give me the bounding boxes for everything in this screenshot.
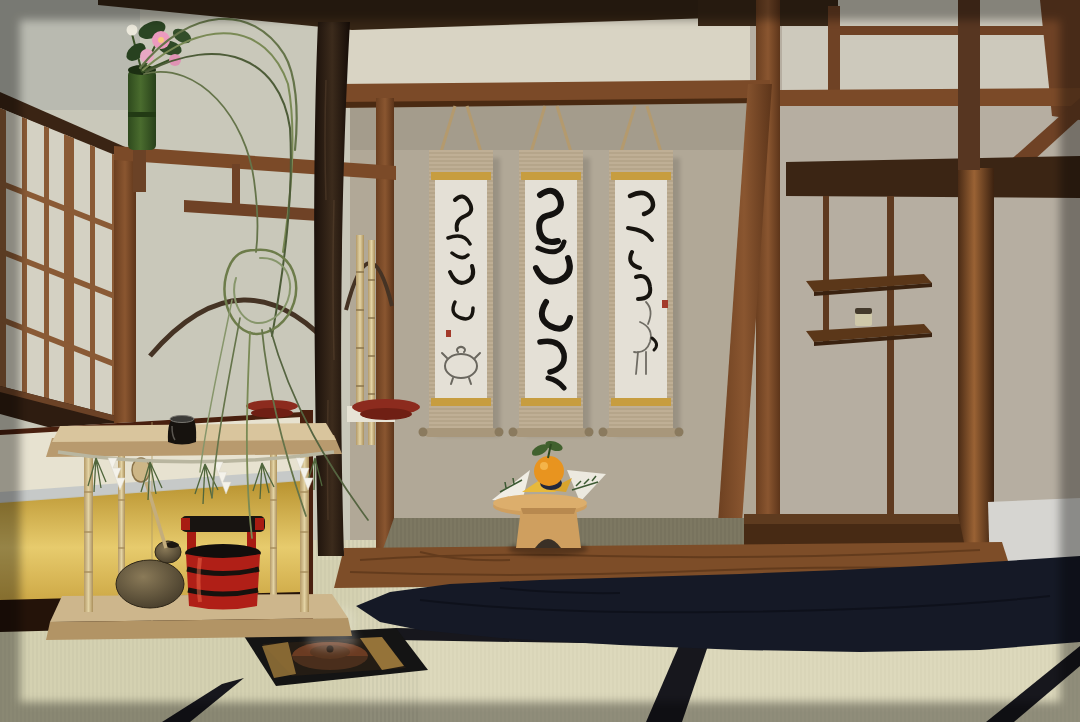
brocade-bottom — [611, 398, 671, 406]
red-seal — [446, 330, 451, 337]
tea-caddy-lid — [855, 308, 872, 314]
inner-prop — [232, 164, 240, 214]
table-leg-rear-right — [270, 446, 277, 598]
display-table — [46, 416, 352, 641]
daidai-orange — [534, 456, 564, 486]
scroll-paper — [435, 180, 487, 398]
red-dish-left-base — [251, 408, 293, 418]
brocade-top — [431, 172, 491, 180]
white-bud — [127, 25, 138, 36]
shoji-screens — [0, 92, 136, 450]
roller-knob — [599, 428, 608, 437]
pedestal-shade — [521, 508, 576, 514]
roller-knob — [675, 428, 684, 437]
hanging-scrolls — [419, 106, 684, 437]
scroll-right — [599, 106, 684, 437]
bamboo-vase — [128, 70, 156, 150]
right-round-post — [958, 168, 994, 560]
bucket-gloss — [199, 558, 201, 602]
handle-end-right — [255, 518, 264, 530]
corner-post — [114, 148, 136, 434]
brocade-top — [611, 172, 671, 180]
red-seal — [662, 300, 668, 308]
shelf-rod-left — [823, 196, 829, 342]
vase-node — [128, 112, 156, 117]
tea-room-photo — [0, 0, 1080, 722]
scroll-paper — [615, 180, 667, 398]
bucket-handle-bar — [181, 516, 265, 532]
camellia-center — [158, 37, 164, 43]
orange-highlight — [540, 462, 548, 470]
scroll-center — [509, 106, 594, 437]
red-lacquer-bucket — [181, 516, 265, 610]
vase-hanging-board — [133, 146, 146, 192]
right-lintel-beam — [780, 88, 1080, 106]
red-dish-right-base — [360, 408, 412, 420]
brocade-bottom — [521, 398, 581, 406]
roller-knob — [419, 428, 428, 437]
roller-knob — [509, 428, 518, 437]
roller-knob — [495, 428, 504, 437]
upper-frame-horizontal — [840, 26, 1050, 35]
shelf-rod-right — [887, 196, 894, 542]
scroll-roller — [425, 428, 497, 437]
scroll-left — [419, 106, 504, 437]
scroll-roller — [605, 428, 677, 437]
brocade-bottom — [431, 398, 491, 406]
shelf-nook-ceiling-board — [786, 156, 1080, 198]
floor-gloss — [744, 514, 960, 524]
black-tea-bowl — [168, 416, 196, 445]
handle-end-left — [181, 518, 190, 530]
roller-knob — [585, 428, 594, 437]
right-round-post-top — [958, 0, 980, 170]
brocade-top — [521, 172, 581, 180]
scroll-roller — [515, 428, 587, 437]
